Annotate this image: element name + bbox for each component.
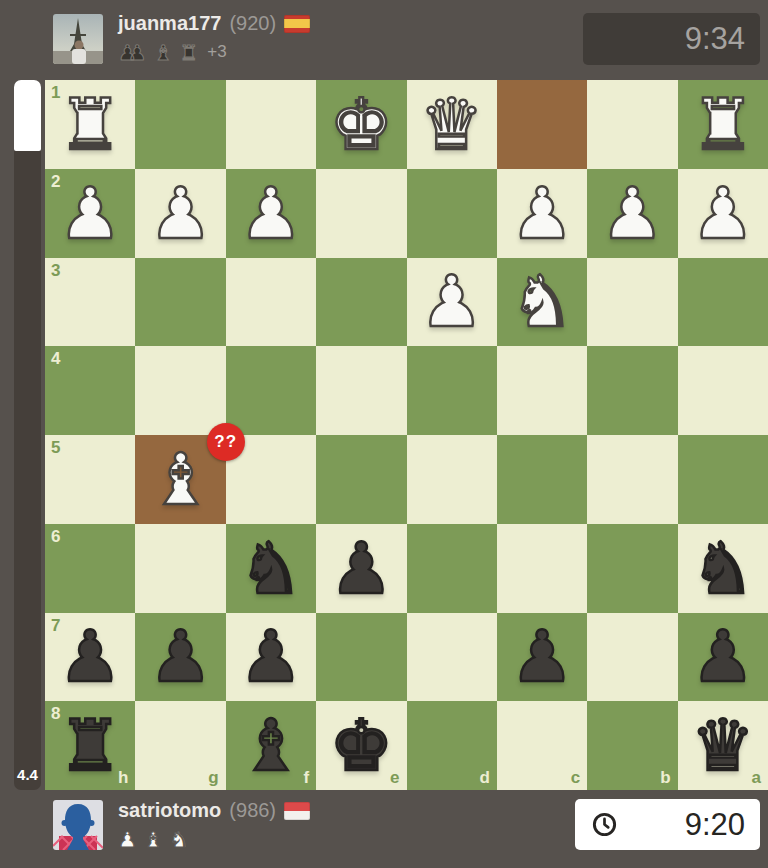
square-d1[interactable]: ♛ xyxy=(407,80,497,169)
piece-white-r-h1: ♜ xyxy=(58,89,122,160)
square-h2[interactable]: 2♟ xyxy=(45,169,135,258)
piece-black-n-f6: ♞ xyxy=(239,533,303,604)
square-h3[interactable]: 3 xyxy=(45,258,135,347)
square-e7[interactable] xyxy=(316,613,406,702)
blunder-badge: ?? xyxy=(207,423,245,461)
top-player-rating: (920) xyxy=(229,12,276,35)
square-b8[interactable]: b xyxy=(587,701,677,790)
file-label-b: b xyxy=(660,768,670,788)
square-g7[interactable]: ♟ xyxy=(135,613,225,702)
piece-black-q-a8: ♛ xyxy=(691,710,755,781)
square-b2[interactable]: ♟ xyxy=(587,169,677,258)
square-a4[interactable] xyxy=(678,346,768,435)
bottom-clock-time: 9:20 xyxy=(685,807,745,843)
square-f3[interactable] xyxy=(226,258,316,347)
piece-black-p-e6: ♟ xyxy=(329,533,393,604)
square-d3[interactable]: ♟ xyxy=(407,258,497,347)
captured-icon-b: ♝ xyxy=(144,830,163,851)
bottom-player-rating: (986) xyxy=(229,799,276,822)
piece-black-b-f8: ♝ xyxy=(239,710,303,781)
captured-white-pieces-icons: ♟♝♞ xyxy=(118,830,188,851)
piece-black-p-h7: ♟ xyxy=(58,621,122,692)
square-h1[interactable]: 1♜ xyxy=(45,80,135,169)
square-e8[interactable]: e♚ xyxy=(316,701,406,790)
bottom-player-clock: 9:20 xyxy=(575,799,760,850)
evaluation-bar: 4.4 xyxy=(14,80,41,790)
square-g1[interactable] xyxy=(135,80,225,169)
square-a6[interactable]: ♞ xyxy=(678,524,768,613)
square-e4[interactable] xyxy=(316,346,406,435)
top-captured-pieces: ♟♟♝♜ +3 xyxy=(118,39,310,64)
rank-label-3: 3 xyxy=(51,261,60,281)
square-a5[interactable] xyxy=(678,435,768,524)
captured-black-pieces-icons: ♟♟♝♜ xyxy=(118,43,198,64)
square-f2[interactable]: ♟ xyxy=(226,169,316,258)
piece-white-n-c3: ♞ xyxy=(510,266,574,337)
square-a1[interactable]: ♜ xyxy=(678,80,768,169)
square-h7[interactable]: 7♟ xyxy=(45,613,135,702)
square-e3[interactable] xyxy=(316,258,406,347)
square-b5[interactable] xyxy=(587,435,677,524)
square-d7[interactable] xyxy=(407,613,497,702)
clock-icon xyxy=(591,811,618,838)
square-d4[interactable] xyxy=(407,346,497,435)
file-label-d: d xyxy=(479,768,489,788)
piece-white-p-c2: ♟ xyxy=(510,178,574,249)
captured-icon-p: ♟ xyxy=(118,830,137,851)
square-g2[interactable]: ♟ xyxy=(135,169,225,258)
piece-black-n-a6: ♞ xyxy=(691,533,755,604)
square-c4[interactable] xyxy=(497,346,587,435)
square-f1[interactable] xyxy=(226,80,316,169)
square-c7[interactable]: ♟ xyxy=(497,613,587,702)
square-c8[interactable]: c xyxy=(497,701,587,790)
piece-white-k-e1: ♚ xyxy=(329,89,393,160)
captured-icon-pp: ♟♟ xyxy=(118,43,147,64)
square-c3[interactable]: ♞ xyxy=(497,258,587,347)
chess-game-screen: juanma177 (920) ♟♟♝♜ +3 9:34 4.4 1♜♚♛♜2♟… xyxy=(0,0,768,868)
square-g4[interactable] xyxy=(135,346,225,435)
square-b3[interactable] xyxy=(587,258,677,347)
eval-score-label: 4.4 xyxy=(14,766,41,783)
top-player-clock: 9:34 xyxy=(583,13,760,65)
captured-icon-n: ♞ xyxy=(170,830,189,851)
indonesia-flag-icon xyxy=(284,802,310,820)
file-label-g: g xyxy=(208,768,218,788)
square-d8[interactable]: d xyxy=(407,701,497,790)
piece-black-p-a7: ♟ xyxy=(691,621,755,692)
file-label-f: f xyxy=(303,768,309,788)
avatar-blue-silhouette xyxy=(53,800,103,850)
captured-icon-r: ♜ xyxy=(179,43,198,64)
square-a2[interactable]: ♟ xyxy=(678,169,768,258)
square-g8[interactable]: g xyxy=(135,701,225,790)
piece-white-p-h2: ♟ xyxy=(58,178,122,249)
rank-label-5: 5 xyxy=(51,438,60,458)
square-e2[interactable] xyxy=(316,169,406,258)
bottom-player-name: satriotomo xyxy=(118,799,221,822)
eval-white-fill xyxy=(14,80,41,151)
square-h4[interactable]: 4 xyxy=(45,346,135,435)
square-a3[interactable] xyxy=(678,258,768,347)
top-player-bar: juanma177 (920) ♟♟♝♜ +3 9:34 xyxy=(0,0,768,80)
piece-white-p-b2: ♟ xyxy=(601,178,665,249)
square-d6[interactable] xyxy=(407,524,497,613)
square-a7[interactable]: ♟ xyxy=(678,613,768,702)
piece-white-r-a1: ♜ xyxy=(691,89,755,160)
piece-black-p-f7: ♟ xyxy=(239,621,303,692)
bottom-player-info: satriotomo (986) ♟♝♞ xyxy=(118,798,310,851)
chess-board: 1♜♚♛♜2♟♟♟♟♟♟3♟♞45♝6♞♟♞7♟♟♟♟♟8h♜gf♝e♚dcba… xyxy=(45,80,768,790)
piece-white-q-d1: ♛ xyxy=(420,89,484,160)
square-f7[interactable]: ♟ xyxy=(226,613,316,702)
square-d5[interactable] xyxy=(407,435,497,524)
square-g3[interactable] xyxy=(135,258,225,347)
piece-black-r-h8: ♜ xyxy=(58,710,122,781)
spain-flag-icon xyxy=(284,15,310,33)
square-c2[interactable]: ♟ xyxy=(497,169,587,258)
piece-white-p-g2: ♟ xyxy=(149,178,213,249)
square-e5[interactable] xyxy=(316,435,406,524)
top-player-avatar[interactable] xyxy=(53,14,103,64)
square-b1[interactable] xyxy=(587,80,677,169)
square-b7[interactable] xyxy=(587,613,677,702)
bottom-player-avatar[interactable] xyxy=(53,800,103,850)
file-label-c: c xyxy=(571,768,580,788)
piece-white-p-a2: ♟ xyxy=(691,178,755,249)
square-h8[interactable]: 8h♜ xyxy=(45,701,135,790)
square-b6[interactable] xyxy=(587,524,677,613)
piece-black-k-e8: ♚ xyxy=(329,710,393,781)
square-h5[interactable]: 5 xyxy=(45,435,135,524)
square-e1[interactable]: ♚ xyxy=(316,80,406,169)
square-e6[interactable]: ♟ xyxy=(316,524,406,613)
square-d2[interactable] xyxy=(407,169,497,258)
captured-icon-b: ♝ xyxy=(154,43,173,64)
rank-label-4: 4 xyxy=(51,349,60,369)
piece-white-p-d3: ♟ xyxy=(420,266,484,337)
top-player-name: juanma177 xyxy=(118,12,221,35)
piece-black-p-c7: ♟ xyxy=(510,621,574,692)
square-f8[interactable]: f♝ xyxy=(226,701,316,790)
rank-label-6: 6 xyxy=(51,527,60,547)
bottom-captured-pieces: ♟♝♞ xyxy=(118,826,310,851)
avatar-photo-eiffel xyxy=(53,14,103,64)
square-c6[interactable] xyxy=(497,524,587,613)
square-h6[interactable]: 6 xyxy=(45,524,135,613)
piece-black-p-g7: ♟ xyxy=(149,621,213,692)
square-g6[interactable] xyxy=(135,524,225,613)
piece-white-b-g5: ♝ xyxy=(149,444,213,515)
bottom-player-bar: satriotomo (986) ♟♝♞ 9:20 xyxy=(0,790,768,868)
material-advantage-badge: +3 xyxy=(207,42,226,64)
square-b4[interactable] xyxy=(587,346,677,435)
square-a8[interactable]: a♛ xyxy=(678,701,768,790)
square-c1[interactable] xyxy=(497,80,587,169)
square-c5[interactable] xyxy=(497,435,587,524)
square-f6[interactable]: ♞ xyxy=(226,524,316,613)
square-f4[interactable] xyxy=(226,346,316,435)
top-player-info: juanma177 (920) ♟♟♝♜ +3 xyxy=(118,11,310,64)
piece-white-p-f2: ♟ xyxy=(239,178,303,249)
